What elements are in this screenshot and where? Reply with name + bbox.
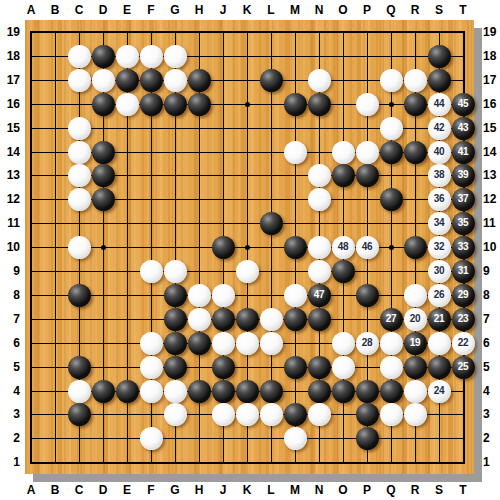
stone-black-R6: 19	[404, 332, 427, 355]
stone-black-Q12	[380, 188, 403, 211]
stone-white-R8	[404, 284, 427, 307]
stone-black-E4	[116, 380, 139, 403]
stone-white-S12: 36	[428, 188, 451, 211]
coord-right-9: 9	[483, 265, 500, 277]
stone-white-S9: 30	[428, 260, 451, 283]
stone-black-K7	[236, 308, 259, 331]
coord-bottom-L: L	[259, 484, 283, 496]
coord-right-14: 14	[483, 146, 500, 158]
stone-white-L6	[260, 332, 283, 355]
coord-bottom-S: S	[427, 484, 451, 496]
coord-bottom-N: N	[307, 484, 331, 496]
stone-white-S14: 40	[428, 141, 451, 164]
stone-black-G16	[164, 93, 187, 116]
stone-black-L17	[260, 69, 283, 92]
coord-left-17: 17	[2, 74, 20, 86]
stone-black-R5	[404, 356, 427, 379]
stone-white-O6	[332, 332, 355, 355]
move-number-20: 20	[410, 314, 420, 324]
stone-black-P2	[356, 427, 379, 450]
move-number-29: 29	[458, 290, 468, 300]
stone-black-C5	[68, 356, 91, 379]
stone-white-L3	[260, 403, 283, 426]
coord-top-P: P	[355, 4, 379, 16]
stone-white-N9	[308, 260, 331, 283]
move-number-19: 19	[410, 338, 420, 348]
coord-left-14: 14	[2, 146, 20, 158]
coord-left-8: 8	[2, 289, 20, 301]
stone-white-N17	[308, 69, 331, 92]
stone-black-T9: 31	[452, 260, 475, 283]
stone-white-C10	[68, 236, 91, 259]
board-drop-shadow-right	[474, 28, 482, 482]
stone-black-J5	[212, 356, 235, 379]
coord-right-19: 19	[483, 26, 500, 38]
stone-white-S6	[428, 332, 451, 355]
star-point-Q16	[389, 102, 394, 107]
coord-bottom-H: H	[187, 484, 211, 496]
coord-top-F: F	[139, 4, 163, 16]
stone-black-H6	[188, 332, 211, 355]
coord-bottom-C: C	[67, 484, 91, 496]
stone-black-N16	[308, 93, 331, 116]
stone-white-S10: 32	[428, 236, 451, 259]
stone-white-H7	[188, 308, 211, 331]
coord-left-5: 5	[2, 361, 20, 373]
coord-left-1: 1	[2, 456, 20, 468]
stone-white-G9	[164, 260, 187, 283]
stone-white-O14	[332, 141, 355, 164]
stone-black-R16	[404, 93, 427, 116]
stone-black-J10	[212, 236, 235, 259]
stone-black-D13	[92, 164, 115, 187]
go-diagram: AABBCCDDEEFFGGHHJJKKLLMMNNOOPPQQRRSSTT19…	[0, 0, 500, 500]
stone-black-D14	[92, 141, 115, 164]
stone-black-N5	[308, 356, 331, 379]
coord-bottom-K: K	[235, 484, 259, 496]
stone-white-S8: 26	[428, 284, 451, 307]
coord-bottom-T: T	[451, 484, 475, 496]
coord-top-L: L	[259, 4, 283, 16]
stone-black-G6	[164, 332, 187, 355]
coord-top-A: A	[19, 4, 43, 16]
stone-white-J3	[212, 403, 235, 426]
stone-white-R17	[404, 69, 427, 92]
stone-white-Q15	[380, 117, 403, 140]
coord-left-10: 10	[2, 241, 20, 253]
stone-black-H17	[188, 69, 211, 92]
stone-white-Q6	[380, 332, 403, 355]
coord-bottom-A: A	[19, 484, 43, 496]
move-number-22: 22	[458, 338, 468, 348]
coord-left-2: 2	[2, 432, 20, 444]
stone-white-O5	[332, 356, 355, 379]
stone-white-F2	[140, 427, 163, 450]
stone-black-S7: 21	[428, 308, 451, 331]
stone-black-T12: 37	[452, 188, 475, 211]
stone-white-J6	[212, 332, 235, 355]
stone-black-Q7: 27	[380, 308, 403, 331]
coord-right-5: 5	[483, 361, 500, 373]
stone-black-T14: 41	[452, 141, 475, 164]
stone-white-S16: 44	[428, 93, 451, 116]
stone-white-N3	[308, 403, 331, 426]
stone-black-G8	[164, 284, 187, 307]
move-number-48: 48	[338, 242, 348, 252]
stone-black-G7	[164, 308, 187, 331]
stone-white-G3	[164, 403, 187, 426]
coord-bottom-F: F	[139, 484, 163, 496]
coord-left-9: 9	[2, 265, 20, 277]
stone-black-T15: 43	[452, 117, 475, 140]
stone-black-D12	[92, 188, 115, 211]
coord-left-6: 6	[2, 337, 20, 349]
move-number-34: 34	[434, 218, 444, 228]
stone-white-F4	[140, 380, 163, 403]
stone-white-K9	[236, 260, 259, 283]
stone-black-D16	[92, 93, 115, 116]
stone-white-G17	[164, 69, 187, 92]
stone-white-E16	[116, 93, 139, 116]
coord-left-18: 18	[2, 50, 20, 62]
coord-top-B: B	[43, 4, 67, 16]
stone-white-P10: 46	[356, 236, 379, 259]
stone-white-C14	[68, 141, 91, 164]
coord-right-15: 15	[483, 122, 500, 134]
coord-right-3: 3	[483, 408, 500, 420]
stone-black-F17	[140, 69, 163, 92]
coord-left-11: 11	[2, 217, 20, 229]
stone-black-T16: 45	[452, 93, 475, 116]
move-number-47: 47	[314, 290, 324, 300]
coord-bottom-O: O	[331, 484, 355, 496]
move-number-30: 30	[434, 266, 444, 276]
stone-white-T6: 22	[452, 332, 475, 355]
coord-left-3: 3	[2, 408, 20, 420]
stone-black-J7	[212, 308, 235, 331]
coord-left-13: 13	[2, 169, 20, 181]
stone-white-N10	[308, 236, 331, 259]
star-point-D10	[101, 245, 106, 250]
stone-black-D4	[92, 380, 115, 403]
stone-black-O9	[332, 260, 355, 283]
stone-white-M2	[284, 427, 307, 450]
coord-bottom-R: R	[403, 484, 427, 496]
stone-black-M3	[284, 403, 307, 426]
coord-bottom-D: D	[91, 484, 115, 496]
coord-bottom-E: E	[115, 484, 139, 496]
coord-top-M: M	[283, 4, 307, 16]
move-number-46: 46	[362, 242, 372, 252]
stone-white-P16	[356, 93, 379, 116]
stone-black-T11: 35	[452, 212, 475, 235]
stone-black-Q14	[380, 141, 403, 164]
stone-white-N13	[308, 164, 331, 187]
coord-right-6: 6	[483, 337, 500, 349]
coord-top-T: T	[451, 4, 475, 16]
coord-top-G: G	[163, 4, 187, 16]
stone-black-M16	[284, 93, 307, 116]
coord-bottom-J: J	[211, 484, 235, 496]
coord-right-1: 1	[483, 456, 500, 468]
move-number-43: 43	[458, 123, 468, 133]
coord-top-C: C	[67, 4, 91, 16]
stone-black-N4	[308, 380, 331, 403]
stone-black-S5	[428, 356, 451, 379]
stone-black-O4	[332, 380, 355, 403]
stone-white-D17	[92, 69, 115, 92]
stone-black-M7	[284, 308, 307, 331]
stone-white-S11: 34	[428, 212, 451, 235]
coord-top-H: H	[187, 4, 211, 16]
coord-left-7: 7	[2, 313, 20, 325]
move-number-42: 42	[434, 123, 444, 133]
move-number-26: 26	[434, 290, 444, 300]
coord-top-K: K	[235, 4, 259, 16]
stone-black-R10	[404, 236, 427, 259]
stone-white-C17	[68, 69, 91, 92]
stone-black-H16	[188, 93, 211, 116]
stone-white-P14	[356, 141, 379, 164]
stone-black-K4	[236, 380, 259, 403]
stone-white-R7: 20	[404, 308, 427, 331]
coord-left-12: 12	[2, 193, 20, 205]
stone-white-O10: 48	[332, 236, 355, 259]
coord-bottom-G: G	[163, 484, 187, 496]
stone-white-G18	[164, 45, 187, 68]
stone-black-L4	[260, 380, 283, 403]
stone-black-T5: 25	[452, 356, 475, 379]
move-number-21: 21	[434, 314, 444, 324]
coord-top-D: D	[91, 4, 115, 16]
move-number-41: 41	[458, 147, 468, 157]
stone-white-Q17	[380, 69, 403, 92]
stone-black-M5	[284, 356, 307, 379]
stone-black-D18	[92, 45, 115, 68]
move-number-45: 45	[458, 99, 468, 109]
stone-black-T13: 39	[452, 164, 475, 187]
coord-right-18: 18	[483, 50, 500, 62]
stone-black-J4	[212, 380, 235, 403]
star-point-K10	[245, 245, 250, 250]
coord-right-10: 10	[483, 241, 500, 253]
move-number-32: 32	[434, 242, 444, 252]
stone-black-O13	[332, 164, 355, 187]
coord-right-16: 16	[483, 98, 500, 110]
stone-black-C8	[68, 284, 91, 307]
move-number-39: 39	[458, 170, 468, 180]
stone-black-M10	[284, 236, 307, 259]
coord-left-4: 4	[2, 385, 20, 397]
stone-white-C13	[68, 164, 91, 187]
coord-right-13: 13	[483, 169, 500, 181]
stone-black-C3	[68, 403, 91, 426]
move-number-35: 35	[458, 218, 468, 228]
move-number-23: 23	[458, 314, 468, 324]
coord-right-11: 11	[483, 217, 500, 229]
move-number-44: 44	[434, 99, 444, 109]
stone-white-P6: 28	[356, 332, 379, 355]
stone-white-K3	[236, 403, 259, 426]
stone-black-R14	[404, 141, 427, 164]
stone-white-Q5	[380, 356, 403, 379]
move-number-25: 25	[458, 362, 468, 372]
stone-black-T10: 33	[452, 236, 475, 259]
stone-black-P8	[356, 284, 379, 307]
coord-left-16: 16	[2, 98, 20, 110]
coord-right-17: 17	[483, 74, 500, 86]
move-number-31: 31	[458, 266, 468, 276]
coord-right-8: 8	[483, 289, 500, 301]
move-number-28: 28	[362, 338, 372, 348]
stone-black-H4	[188, 380, 211, 403]
move-number-33: 33	[458, 242, 468, 252]
stone-white-C15	[68, 117, 91, 140]
coord-bottom-Q: Q	[379, 484, 403, 496]
stone-black-P13	[356, 164, 379, 187]
stone-black-T8: 29	[452, 284, 475, 307]
stone-black-N8: 47	[308, 284, 331, 307]
coord-bottom-M: M	[283, 484, 307, 496]
coord-top-R: R	[403, 4, 427, 16]
coord-top-O: O	[331, 4, 355, 16]
coord-right-4: 4	[483, 385, 500, 397]
move-number-24: 24	[434, 386, 444, 396]
coord-left-19: 19	[2, 26, 20, 38]
stone-white-Q3	[380, 403, 403, 426]
coord-right-12: 12	[483, 193, 500, 205]
stone-white-G4	[164, 380, 187, 403]
coord-bottom-P: P	[355, 484, 379, 496]
stone-white-J8	[212, 284, 235, 307]
stone-white-S13: 38	[428, 164, 451, 187]
stone-white-C4	[68, 380, 91, 403]
stone-black-T7: 23	[452, 308, 475, 331]
move-number-36: 36	[434, 194, 444, 204]
coord-top-Q: Q	[379, 4, 403, 16]
stone-white-E18	[116, 45, 139, 68]
board-drop-shadow-bottom	[33, 474, 482, 482]
stone-black-E17	[116, 69, 139, 92]
coord-bottom-B: B	[43, 484, 67, 496]
stone-white-L7	[260, 308, 283, 331]
stone-white-H8	[188, 284, 211, 307]
stone-black-Q4	[380, 380, 403, 403]
stone-black-L11	[260, 212, 283, 235]
stone-black-S18	[428, 45, 451, 68]
stone-white-R3	[404, 403, 427, 426]
stone-white-F18	[140, 45, 163, 68]
stone-black-G5	[164, 356, 187, 379]
stone-black-F16	[140, 93, 163, 116]
coord-right-7: 7	[483, 313, 500, 325]
move-number-38: 38	[434, 170, 444, 180]
stone-white-N12	[308, 188, 331, 211]
star-point-Q10	[389, 245, 394, 250]
stone-white-S4: 24	[428, 380, 451, 403]
stone-black-P3	[356, 403, 379, 426]
move-number-37: 37	[458, 194, 468, 204]
stone-white-M14	[284, 141, 307, 164]
stone-black-N7	[308, 308, 331, 331]
coord-right-2: 2	[483, 432, 500, 444]
star-point-K16	[245, 102, 250, 107]
stone-white-S15: 42	[428, 117, 451, 140]
coord-top-N: N	[307, 4, 331, 16]
stone-white-F6	[140, 332, 163, 355]
stone-white-K6	[236, 332, 259, 355]
stone-white-M8	[284, 284, 307, 307]
stone-white-C18	[68, 45, 91, 68]
coord-top-E: E	[115, 4, 139, 16]
move-number-27: 27	[386, 314, 396, 324]
stone-black-P4	[356, 380, 379, 403]
coord-left-15: 15	[2, 122, 20, 134]
stone-white-C12	[68, 188, 91, 211]
stone-white-F5	[140, 356, 163, 379]
stone-white-R4	[404, 380, 427, 403]
coord-top-J: J	[211, 4, 235, 16]
stone-white-F9	[140, 260, 163, 283]
stone-black-S17	[428, 69, 451, 92]
move-number-40: 40	[434, 147, 444, 157]
coord-top-S: S	[427, 4, 451, 16]
